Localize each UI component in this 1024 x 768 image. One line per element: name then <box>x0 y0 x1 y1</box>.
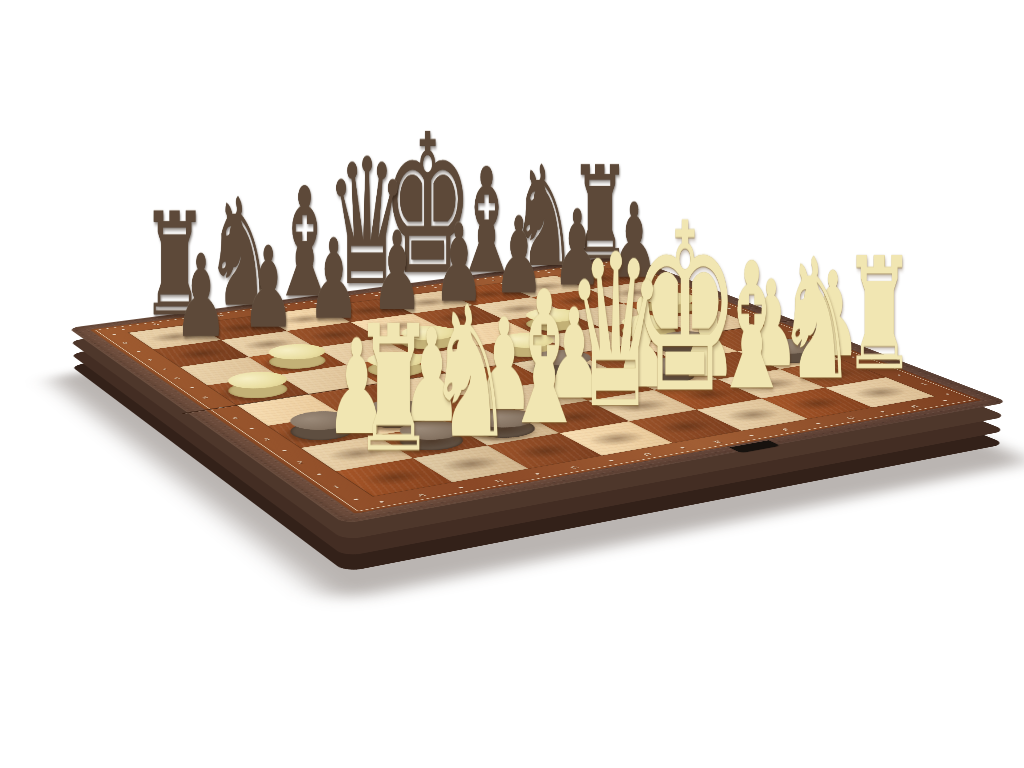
product-photo-scene: AABBCCDDEEFFGGHH8877665544332211 ♜♞♝♛♚♝♞… <box>0 0 1024 768</box>
chess-board: AABBCCDDEEFFGGHH8877665544332211 ♜♞♝♛♚♝♞… <box>129 268 935 496</box>
white-rook-a1: ♜ <box>316 303 472 476</box>
